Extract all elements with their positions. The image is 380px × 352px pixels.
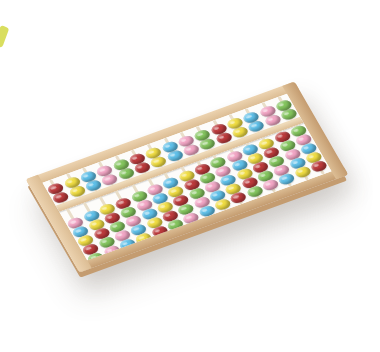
abacus-board [26,81,349,272]
corner-artifact [0,25,9,48]
board-inner [43,94,332,260]
board-wrap [26,81,349,272]
product-photo-scene [0,0,380,352]
